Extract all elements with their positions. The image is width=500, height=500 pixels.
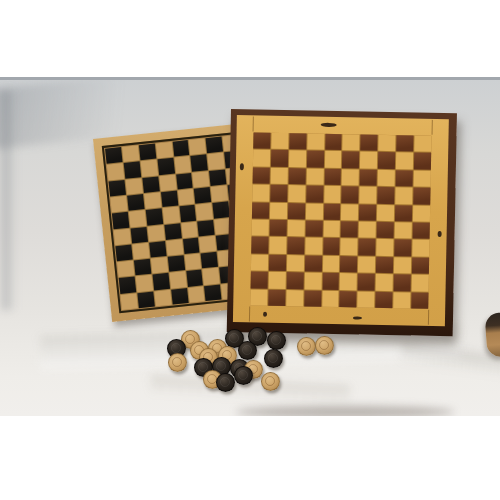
- checker-piece-dark: [216, 373, 235, 392]
- checker-piece-dark: [234, 366, 253, 385]
- checker-pieces-pile: [0, 0, 500, 500]
- checker-piece-light: [261, 372, 280, 391]
- checker-piece-light: [297, 337, 316, 356]
- checker-piece-dark: [264, 349, 283, 368]
- checker-piece-dark: [267, 331, 286, 350]
- checker-piece-dark: [238, 341, 257, 360]
- checker-piece-light: [168, 353, 187, 372]
- photo-canvas: [0, 0, 500, 500]
- checker-piece-light: [315, 336, 334, 355]
